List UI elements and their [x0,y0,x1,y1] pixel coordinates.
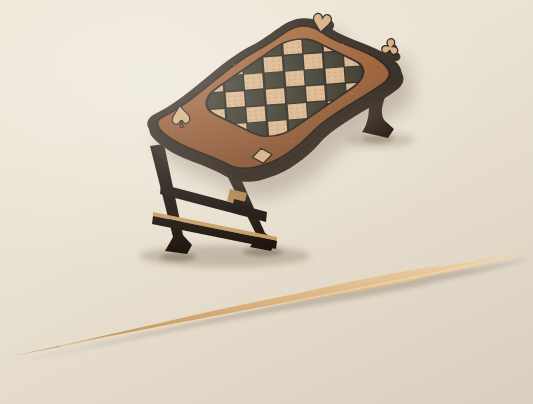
toothpick-layer [0,0,533,404]
scene: ♠ ♥ ♣ ♦ [0,0,533,404]
toothpick-shadow [17,258,533,362]
